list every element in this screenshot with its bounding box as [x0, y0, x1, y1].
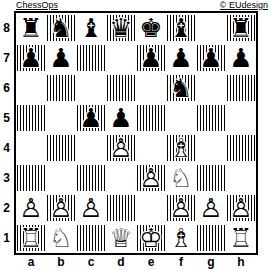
square-b4[interactable] [46, 133, 76, 163]
square-g7[interactable]: ♟♟ [196, 43, 226, 73]
square-f5[interactable] [166, 103, 196, 133]
square-e7[interactable]: ♟♟ [136, 43, 166, 73]
square-a4[interactable] [16, 133, 46, 163]
square-c2[interactable]: ♟♙ [76, 193, 106, 223]
square-h6[interactable] [226, 73, 256, 103]
rank-labels: 87654321 [0, 13, 13, 253]
piece-halo: ♝ [166, 13, 196, 43]
square-h4[interactable] [226, 133, 256, 163]
square-b7[interactable]: ♟♟ [46, 43, 76, 73]
piece-halo: ♟ [226, 43, 256, 73]
square-g4[interactable] [196, 133, 226, 163]
white-pawn: ♙ [226, 193, 256, 223]
black-pawn: ♟ [106, 103, 136, 133]
rank-label-8: 8 [0, 13, 13, 43]
square-e6[interactable] [136, 73, 166, 103]
square-f2[interactable]: ♟♙ [166, 193, 196, 223]
piece-halo: ♚ [136, 223, 166, 253]
white-rook: ♖ [226, 223, 256, 253]
rank-label-7: 7 [0, 43, 13, 73]
piece-halo: ♟ [16, 193, 46, 223]
white-rook: ♖ [16, 223, 46, 253]
piece-halo: ♟ [196, 43, 226, 73]
chess-board: ♜♜♞♞♝♝♛♛♚♚♝♝♜♜♟♟♟♟♟♟♟♟♟♟♟♟♞♞♟♟♟♟♟♙♝♗♟♙♞♘… [14, 11, 258, 255]
black-bishop: ♝ [76, 13, 106, 43]
white-pawn: ♙ [76, 193, 106, 223]
square-d4[interactable]: ♟♙ [106, 133, 136, 163]
black-king: ♚ [136, 13, 166, 43]
square-g8[interactable] [196, 13, 226, 43]
file-label-a: a [16, 255, 46, 269]
piece-halo: ♛ [106, 223, 136, 253]
black-pawn: ♟ [46, 43, 76, 73]
black-pawn: ♟ [16, 43, 46, 73]
piece-halo: ♝ [166, 223, 196, 253]
white-pawn: ♙ [106, 133, 136, 163]
square-g2[interactable]: ♟♙ [196, 193, 226, 223]
square-e4[interactable] [136, 133, 166, 163]
black-rook: ♜ [16, 13, 46, 43]
square-a2[interactable]: ♟♙ [16, 193, 46, 223]
square-a7[interactable]: ♟♟ [16, 43, 46, 73]
rank-label-1: 1 [0, 223, 13, 253]
file-label-h: h [226, 255, 256, 269]
square-e5[interactable] [136, 103, 166, 133]
piece-halo: ♟ [106, 103, 136, 133]
square-h3[interactable] [226, 163, 256, 193]
square-g3[interactable] [196, 163, 226, 193]
white-pawn: ♙ [136, 163, 166, 193]
file-label-d: d [106, 255, 136, 269]
square-c1[interactable] [76, 223, 106, 253]
square-e3[interactable]: ♟♙ [136, 163, 166, 193]
black-rook: ♜ [226, 13, 256, 43]
black-pawn: ♟ [166, 43, 196, 73]
square-f7[interactable]: ♟♟ [166, 43, 196, 73]
piece-halo: ♞ [46, 13, 76, 43]
file-label-g: g [196, 255, 226, 269]
credit-text: © EUdesign [220, 0, 268, 11]
white-bishop: ♗ [166, 133, 196, 163]
square-b3[interactable] [46, 163, 76, 193]
piece-halo: ♟ [196, 193, 226, 223]
square-f6[interactable]: ♞♞ [166, 73, 196, 103]
piece-halo: ♜ [226, 223, 256, 253]
square-g6[interactable] [196, 73, 226, 103]
white-knight: ♘ [166, 163, 196, 193]
square-f8[interactable]: ♝♝ [166, 13, 196, 43]
piece-halo: ♞ [166, 163, 196, 193]
black-queen: ♛ [106, 13, 136, 43]
rank-label-3: 3 [0, 163, 13, 193]
square-a3[interactable] [16, 163, 46, 193]
square-c6[interactable] [76, 73, 106, 103]
file-label-c: c [76, 255, 106, 269]
rank-label-4: 4 [0, 133, 13, 163]
white-queen: ♕ [106, 223, 136, 253]
square-c3[interactable] [76, 163, 106, 193]
square-a8[interactable]: ♜♜ [16, 13, 46, 43]
square-e8[interactable]: ♚♚ [136, 13, 166, 43]
piece-halo: ♟ [136, 43, 166, 73]
piece-halo: ♛ [106, 13, 136, 43]
piece-halo: ♟ [46, 193, 76, 223]
square-d2[interactable] [106, 193, 136, 223]
piece-halo: ♞ [46, 223, 76, 253]
square-d6[interactable] [106, 73, 136, 103]
rank-label-6: 6 [0, 73, 13, 103]
piece-halo: ♜ [16, 13, 46, 43]
square-g1[interactable] [196, 223, 226, 253]
piece-halo: ♟ [166, 43, 196, 73]
piece-halo: ♚ [136, 13, 166, 43]
piece-halo: ♟ [136, 163, 166, 193]
black-pawn: ♟ [196, 43, 226, 73]
piece-halo: ♟ [16, 43, 46, 73]
white-bishop: ♗ [166, 223, 196, 253]
file-label-e: e [136, 255, 166, 269]
square-a1[interactable]: ♜♖ [16, 223, 46, 253]
black-knight: ♞ [166, 73, 196, 103]
piece-halo: ♜ [226, 13, 256, 43]
square-d7[interactable] [106, 43, 136, 73]
black-pawn: ♟ [226, 43, 256, 73]
square-c4[interactable] [76, 133, 106, 163]
square-b6[interactable] [46, 73, 76, 103]
square-e2[interactable] [136, 193, 166, 223]
square-h1[interactable]: ♜♖ [226, 223, 256, 253]
piece-halo: ♝ [76, 13, 106, 43]
piece-halo: ♟ [76, 193, 106, 223]
white-pawn: ♙ [166, 193, 196, 223]
square-f4[interactable]: ♝♗ [166, 133, 196, 163]
square-c8[interactable]: ♝♝ [76, 13, 106, 43]
white-pawn: ♙ [196, 193, 226, 223]
piece-halo: ♟ [76, 103, 106, 133]
white-pawn: ♙ [16, 193, 46, 223]
square-b1[interactable]: ♞♘ [46, 223, 76, 253]
black-pawn: ♟ [136, 43, 166, 73]
black-bishop: ♝ [166, 13, 196, 43]
square-c5[interactable]: ♟♟ [76, 103, 106, 133]
square-d8[interactable]: ♛♛ [106, 13, 136, 43]
white-king: ♔ [136, 223, 166, 253]
white-pawn: ♙ [46, 193, 76, 223]
square-f3[interactable]: ♞♘ [166, 163, 196, 193]
square-a6[interactable] [16, 73, 46, 103]
white-knight: ♘ [46, 223, 76, 253]
file-label-b: b [46, 255, 76, 269]
piece-halo: ♟ [166, 193, 196, 223]
piece-halo: ♝ [166, 133, 196, 163]
square-h8[interactable]: ♜♜ [226, 13, 256, 43]
rank-label-5: 5 [0, 103, 13, 133]
rank-label-2: 2 [0, 193, 13, 223]
black-knight: ♞ [46, 13, 76, 43]
piece-halo: ♜ [16, 223, 46, 253]
app-title: ChessOps [16, 0, 58, 11]
square-b2[interactable]: ♟♙ [46, 193, 76, 223]
square-a5[interactable] [16, 103, 46, 133]
square-h5[interactable] [226, 103, 256, 133]
piece-halo: ♟ [46, 43, 76, 73]
square-d1[interactable]: ♛♕ [106, 223, 136, 253]
square-d5[interactable]: ♟♟ [106, 103, 136, 133]
black-pawn: ♟ [76, 103, 106, 133]
square-d3[interactable] [106, 163, 136, 193]
square-c7[interactable] [76, 43, 106, 73]
file-label-f: f [166, 255, 196, 269]
piece-halo: ♞ [166, 73, 196, 103]
square-h2[interactable]: ♟♙ [226, 193, 256, 223]
square-b5[interactable] [46, 103, 76, 133]
square-e1[interactable]: ♚♔ [136, 223, 166, 253]
square-b8[interactable]: ♞♞ [46, 13, 76, 43]
file-labels: abcdefgh [16, 255, 256, 269]
square-h7[interactable]: ♟♟ [226, 43, 256, 73]
square-g5[interactable] [196, 103, 226, 133]
piece-halo: ♟ [106, 133, 136, 163]
square-f1[interactable]: ♝♗ [166, 223, 196, 253]
piece-halo: ♟ [226, 193, 256, 223]
